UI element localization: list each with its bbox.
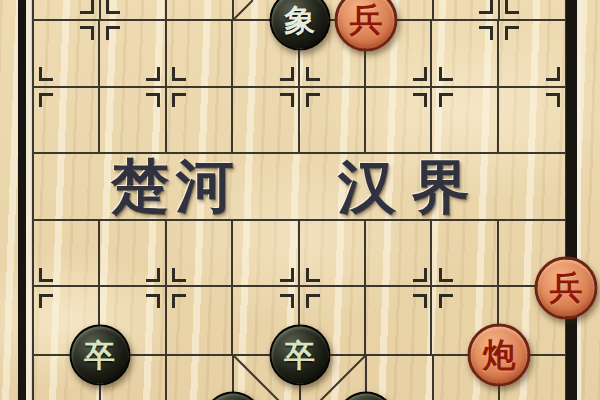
point-marker (80, 26, 94, 40)
point-marker (413, 268, 427, 282)
board-cell (233, 154, 299, 221)
point-marker (172, 67, 186, 81)
point-marker (280, 268, 294, 282)
point-marker (439, 93, 453, 107)
point-marker (306, 294, 320, 308)
board-frame-left (18, 0, 26, 400)
piece-glyph: 象 (284, 5, 315, 36)
piece-red-cannon[interactable]: 炮 (468, 324, 531, 387)
point-marker (306, 93, 320, 107)
point-marker (39, 67, 53, 81)
point-marker (280, 93, 294, 107)
point-marker (505, 0, 519, 14)
point-marker (546, 67, 560, 81)
grid-line (432, 0, 434, 21)
grid-line (165, 0, 167, 21)
piece-black-soldier[interactable]: 卒 (69, 325, 130, 386)
point-marker (413, 294, 427, 308)
piece-glyph: 卒 (84, 340, 115, 371)
point-marker (280, 294, 294, 308)
piece-black-soldier[interactable]: 卒 (336, 392, 397, 400)
piece-glyph: 兵 (550, 272, 583, 305)
piece-glyph: 炮 (483, 339, 516, 372)
board-frame-right (566, 0, 577, 400)
point-marker (39, 93, 53, 107)
grid-line (32, 0, 34, 21)
point-marker (479, 0, 493, 14)
piece-red-soldier[interactable]: 兵 (535, 257, 598, 320)
point-marker (306, 67, 320, 81)
grid-line (165, 354, 167, 400)
board-frame-left-highlight (26, 0, 31, 400)
grid-line (498, 0, 500, 21)
point-marker (146, 268, 160, 282)
point-marker (172, 268, 186, 282)
point-marker (146, 294, 160, 308)
river-label-right: 汉界 (338, 159, 486, 217)
point-marker (439, 268, 453, 282)
point-marker (439, 67, 453, 81)
piece-black-soldier[interactable]: 卒 (269, 325, 330, 386)
point-marker (479, 26, 493, 40)
point-marker (546, 93, 560, 107)
piece-glyph: 兵 (350, 4, 383, 37)
point-marker (172, 294, 186, 308)
point-marker (80, 0, 94, 14)
piece-glyph: 卒 (284, 340, 315, 371)
point-marker (172, 93, 186, 107)
grid-line (99, 0, 101, 21)
point-marker (39, 294, 53, 308)
point-marker (306, 268, 320, 282)
point-marker (439, 294, 453, 308)
point-marker (146, 67, 160, 81)
board-frame-right-highlight (577, 0, 581, 400)
point-marker (413, 67, 427, 81)
point-marker (39, 268, 53, 282)
board-cell (34, 154, 100, 221)
xiangqi-board: 楚河 汉界 象兵兵卒卒炮卒卒 (0, 0, 600, 400)
point-marker (280, 67, 294, 81)
grid-line (32, 354, 34, 400)
point-marker (106, 0, 120, 14)
piece-black-soldier[interactable]: 卒 (202, 392, 263, 400)
grid-line (432, 354, 434, 400)
point-marker (106, 26, 120, 40)
point-marker (505, 26, 519, 40)
point-marker (413, 93, 427, 107)
palace-diagonal (232, 0, 253, 21)
board-cell (499, 154, 565, 221)
river-label-left: 楚河 (111, 158, 241, 216)
point-marker (146, 93, 160, 107)
